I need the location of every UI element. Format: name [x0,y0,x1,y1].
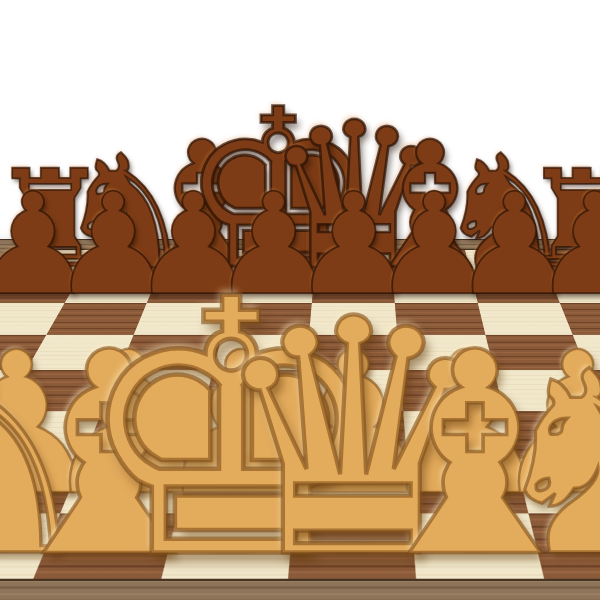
piece-white-knight[interactable]: ♞ [484,339,600,592]
pieces-layer: ♜♞♝♚♛♝♞♜♟♟♟♟♟♟♟♟♟♟♟♟♟♟♟♟♜♞♝♚♛♝♞♜ [0,0,600,600]
chess-set-photo-scene: ♜♞♝♚♛♝♞♜♟♟♟♟♟♟♟♟♟♟♟♟♟♟♟♟♜♞♝♚♛♝♞♜ [0,0,600,600]
